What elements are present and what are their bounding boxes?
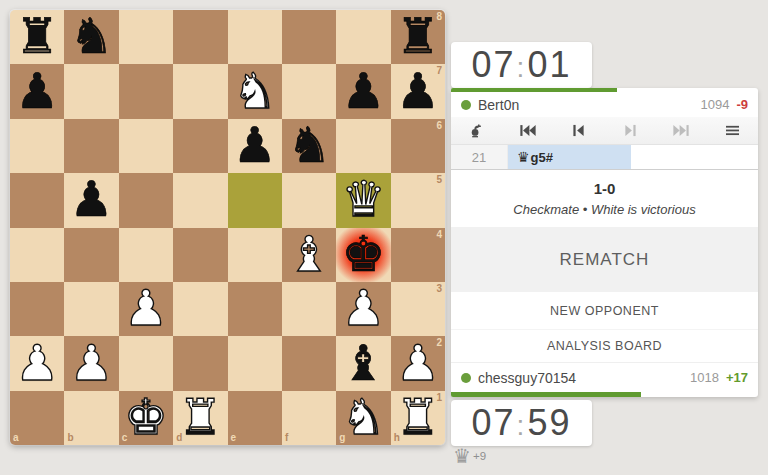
square-e6[interactable]: ♟ (228, 119, 282, 173)
square-b7[interactable] (64, 64, 118, 118)
last-move-icon[interactable] (656, 117, 707, 144)
square-f3[interactable] (282, 282, 336, 336)
square-b5[interactable]: ♟ (64, 173, 118, 227)
player-row-top: Bert0n 1094 -9 (451, 92, 758, 117)
queen-move-glyph: ♛ (517, 149, 530, 165)
square-g8[interactable] (336, 10, 390, 64)
square-g7[interactable]: ♟ (336, 64, 390, 118)
player-row-bottom: chessguy70154 1018 +17 (451, 362, 758, 392)
coord-file-a: a (13, 433, 19, 443)
coord-rank-3: 3 (437, 284, 443, 294)
square-c1[interactable]: ♚c (119, 391, 173, 445)
coord-rank-8: 8 (437, 12, 443, 22)
white-bishop: ♝ (287, 228, 331, 282)
square-d5[interactable] (173, 173, 227, 227)
square-h8[interactable]: ♜8 (391, 10, 445, 64)
white-queen: ♛ (342, 173, 386, 227)
player-name-bottom[interactable]: chessguy70154 (478, 370, 576, 386)
square-d3[interactable] (173, 282, 227, 336)
chess-board-container: ♜♞♜8♟♞♟♟7♟♞6♟♛5♝♚4♟♟3♟♟♝♟2ab♚c♜def♞g♜h1 (10, 10, 445, 445)
coord-rank-4: 4 (437, 230, 443, 240)
square-e7[interactable]: ♞ (228, 64, 282, 118)
material-advantage: ♛ +9 (453, 446, 486, 466)
coord-rank-2: 2 (437, 338, 443, 348)
player-rating-bottom: 1018 (690, 370, 719, 385)
square-b4[interactable] (64, 228, 118, 282)
black-pawn: ♟ (342, 65, 386, 119)
online-indicator (461, 373, 471, 383)
white-rook: ♜ (178, 391, 222, 445)
square-h5[interactable]: 5 (391, 173, 445, 227)
square-a7[interactable]: ♟ (10, 64, 64, 118)
black-knight: ♞ (70, 10, 114, 64)
coord-rank-6: 6 (437, 121, 443, 131)
square-c4[interactable] (119, 228, 173, 282)
material-advantage-value: +9 (473, 450, 486, 462)
black-king: ♚ (342, 228, 386, 282)
white-pawn: ♟ (342, 282, 386, 336)
square-a1[interactable]: a (10, 391, 64, 445)
next-move-icon[interactable] (605, 117, 656, 144)
rating-diff-bottom: +17 (726, 370, 748, 385)
black-pawn: ♟ (15, 65, 59, 119)
square-f4[interactable]: ♝ (282, 228, 336, 282)
square-e8[interactable] (228, 10, 282, 64)
result-description: Checkmate • White is victorious (513, 202, 695, 217)
square-h6[interactable]: 6 (391, 119, 445, 173)
square-e5[interactable] (228, 173, 282, 227)
square-c8[interactable] (119, 10, 173, 64)
square-c7[interactable] (119, 64, 173, 118)
black-pawn: ♟ (70, 173, 114, 227)
square-d8[interactable] (173, 10, 227, 64)
square-h1[interactable]: ♜h1 (391, 391, 445, 445)
square-g2[interactable]: ♝ (336, 336, 390, 390)
coord-rank-5: 5 (437, 175, 443, 185)
coord-rank-7: 7 (437, 66, 443, 76)
white-knight: ♞ (233, 65, 277, 119)
clock-top: 07:01 (451, 42, 592, 88)
square-g6[interactable] (336, 119, 390, 173)
square-d1[interactable]: ♜d (173, 391, 227, 445)
online-indicator (461, 100, 471, 110)
coord-file-d: d (176, 433, 182, 443)
square-g1[interactable]: ♞g (336, 391, 390, 445)
time-bar-bottom (451, 392, 641, 397)
white-knight: ♞ (342, 391, 386, 445)
square-a6[interactable] (10, 119, 64, 173)
coord-file-h: h (394, 433, 400, 443)
result-score: 1-0 (594, 180, 616, 197)
square-b2[interactable]: ♟ (64, 336, 118, 390)
captured-queen-icon: ♛ (453, 446, 471, 466)
clock-bottom: 07:59 (451, 400, 592, 446)
square-b3[interactable] (64, 282, 118, 336)
black-rook: ♜ (396, 10, 440, 64)
white-pawn: ♟ (70, 337, 114, 391)
coord-file-b: b (67, 433, 73, 443)
clock-top-time: 07:01 (472, 44, 572, 86)
square-g5[interactable]: ♛ (336, 173, 390, 227)
square-e3[interactable] (228, 282, 282, 336)
rating-diff-top: -9 (736, 97, 748, 112)
square-a3[interactable] (10, 282, 64, 336)
square-d7[interactable] (173, 64, 227, 118)
result-block: 1-0 Checkmate • White is victorious (451, 170, 758, 227)
analysis-flask-icon[interactable] (451, 117, 502, 144)
square-c5[interactable] (119, 173, 173, 227)
square-e2[interactable] (228, 336, 282, 390)
square-h4[interactable]: 4 (391, 228, 445, 282)
square-h7[interactable]: ♟7 (391, 64, 445, 118)
square-h2[interactable]: ♟2 (391, 336, 445, 390)
chess-board: ♜♞♜8♟♞♟♟7♟♞6♟♛5♝♚4♟♟3♟♟♝♟2ab♚c♜def♞g♜h1 (10, 10, 445, 445)
coord-file-c: c (122, 433, 128, 443)
previous-move-icon[interactable] (553, 117, 604, 144)
square-h3[interactable]: 3 (391, 282, 445, 336)
black-bishop: ♝ (342, 337, 386, 391)
square-c6[interactable] (119, 119, 173, 173)
square-b8[interactable]: ♞ (64, 10, 118, 64)
move-san-current[interactable]: ♛g5# (508, 145, 631, 169)
coord-file-e: e (231, 433, 237, 443)
square-g4[interactable]: ♚ (336, 228, 390, 282)
square-a2[interactable]: ♟ (10, 336, 64, 390)
square-b1[interactable]: b (64, 391, 118, 445)
white-rook: ♜ (396, 391, 440, 445)
player-rating-top: 1094 (701, 97, 730, 112)
player-name-top[interactable]: Bert0n (478, 97, 519, 113)
move-list-row: 21 ♛g5# (451, 145, 758, 170)
square-a5[interactable] (10, 173, 64, 227)
square-e1[interactable]: e (228, 391, 282, 445)
black-rook: ♜ (15, 10, 59, 64)
black-knight: ♞ (287, 119, 331, 173)
black-pawn: ♟ (396, 65, 440, 119)
square-e4[interactable] (228, 228, 282, 282)
coord-file-g: g (339, 433, 345, 443)
move-number: 21 (451, 145, 508, 169)
menu-icon[interactable] (707, 117, 758, 144)
coord-rank-1: 1 (437, 393, 443, 403)
white-king: ♚ (124, 391, 168, 445)
new-opponent-button[interactable]: NEW OPPONENT (451, 292, 758, 329)
square-f5[interactable] (282, 173, 336, 227)
square-g3[interactable]: ♟ (336, 282, 390, 336)
square-d4[interactable] (173, 228, 227, 282)
square-f8[interactable] (282, 10, 336, 64)
rematch-button[interactable]: REMATCH (451, 227, 758, 292)
first-move-icon[interactable] (502, 117, 553, 144)
square-f2[interactable] (282, 336, 336, 390)
white-pawn: ♟ (15, 337, 59, 391)
square-f6[interactable]: ♞ (282, 119, 336, 173)
white-pawn: ♟ (396, 337, 440, 391)
square-f7[interactable] (282, 64, 336, 118)
coord-file-f: f (285, 433, 288, 443)
game-panel: Bert0n 1094 -9 (451, 88, 758, 397)
clock-bottom-time: 07:59 (472, 402, 572, 444)
square-d6[interactable] (173, 119, 227, 173)
square-b6[interactable] (64, 119, 118, 173)
square-c3[interactable]: ♟ (119, 282, 173, 336)
square-a4[interactable] (10, 228, 64, 282)
white-pawn: ♟ (124, 282, 168, 336)
square-a8[interactable]: ♜ (10, 10, 64, 64)
move-nav-toolbar (451, 117, 758, 145)
square-c2[interactable] (119, 336, 173, 390)
square-f1[interactable]: f (282, 391, 336, 445)
square-d2[interactable] (173, 336, 227, 390)
analysis-board-button[interactable]: ANALYSIS BOARD (451, 329, 758, 362)
black-pawn: ♟ (233, 119, 277, 173)
